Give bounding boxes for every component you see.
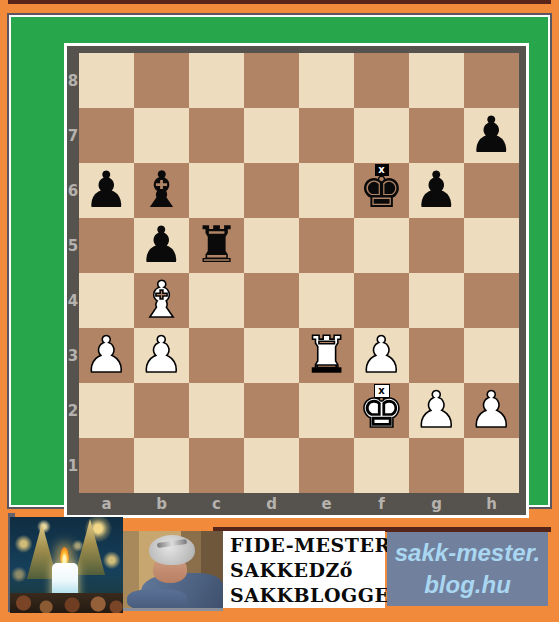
- square-a7: [79, 108, 134, 163]
- square-b8: [134, 53, 189, 108]
- black-pawn-h7: ♟: [469, 108, 514, 163]
- blog-url-line-1: sakk-mester.: [395, 537, 540, 569]
- file-label-b: b: [134, 493, 189, 515]
- square-d8: [244, 53, 299, 108]
- square-f8: [354, 53, 409, 108]
- black-bishop-b6: ♝: [139, 163, 184, 218]
- credentials-box: FIDE-MESTER SAKKEDZő SAKKBLOGGER: [223, 531, 385, 608]
- rank-label-3: 3: [67, 328, 79, 383]
- square-d7: [244, 108, 299, 163]
- square-e5: [299, 218, 354, 273]
- christmas-candle-photo: [10, 517, 123, 613]
- white-rook-e3: ♜: [304, 328, 349, 383]
- credential-line-1: FIDE-MESTER: [230, 533, 385, 558]
- square-a6: ♟: [79, 163, 134, 218]
- square-b7: [134, 108, 189, 163]
- square-f4: [354, 273, 409, 328]
- white-pawn-h2: ♟: [469, 383, 514, 438]
- credential-line-3: SAKKBLOGGER: [230, 583, 385, 608]
- square-h7: ♟: [464, 108, 519, 163]
- square-h8: [464, 53, 519, 108]
- square-g5: [409, 218, 464, 273]
- square-a8: [79, 53, 134, 108]
- chessboard: 87654321abcdefgh♟♟♝♚x♟♟♜♝♟♟♜♟♚x♟♟: [64, 43, 529, 518]
- square-f1: [354, 438, 409, 493]
- square-h4: [464, 273, 519, 328]
- square-a4: [79, 273, 134, 328]
- white-king-marker-icon: x: [374, 384, 390, 398]
- square-e2: [299, 383, 354, 438]
- rank-label-6: 6: [67, 163, 79, 218]
- top-maroon-stripe: [8, 0, 551, 4]
- square-a5: [79, 218, 134, 273]
- square-b1: [134, 438, 189, 493]
- square-d6: [244, 163, 299, 218]
- chessboard-mat: 87654321abcdefgh♟♟♝♚x♟♟♜♝♟♟♜♟♚x♟♟: [11, 17, 548, 505]
- chessboard-card: 87654321abcdefgh♟♟♝♚x♟♟♜♝♟♟♜♟♚x♟♟: [7, 13, 552, 509]
- square-c8: [189, 53, 244, 108]
- square-b5: ♟: [134, 218, 189, 273]
- square-d1: [244, 438, 299, 493]
- pine-cones-decor: [10, 593, 123, 613]
- square-d2: [244, 383, 299, 438]
- rank-label-2: 2: [67, 383, 79, 438]
- square-g2: ♟: [409, 383, 464, 438]
- file-label-d: d: [244, 493, 299, 515]
- chess-coach-photo: [123, 531, 223, 611]
- board-frame: 87654321abcdefgh♟♟♝♚x♟♟♜♝♟♟♜♟♚x♟♟: [67, 46, 526, 515]
- square-d3: [244, 328, 299, 383]
- rank-label-1: 1: [67, 438, 79, 493]
- black-pawn-b5: ♟: [139, 218, 184, 273]
- black-pawn-g6: ♟: [414, 163, 459, 218]
- square-a2: [79, 383, 134, 438]
- square-e1: [299, 438, 354, 493]
- square-c2: [189, 383, 244, 438]
- square-c6: [189, 163, 244, 218]
- white-pawn-b3: ♟: [139, 328, 184, 383]
- black-rook-c5: ♜: [194, 218, 239, 273]
- square-g3: [409, 328, 464, 383]
- square-g4: [409, 273, 464, 328]
- square-c5: ♜: [189, 218, 244, 273]
- square-b4: ♝: [134, 273, 189, 328]
- rank-label-5: 5: [67, 218, 79, 273]
- file-label-e: e: [299, 493, 354, 515]
- white-pawn-f3: ♟: [359, 328, 404, 383]
- candle-flame-icon: [60, 547, 69, 564]
- square-e8: [299, 53, 354, 108]
- square-g6: ♟: [409, 163, 464, 218]
- blog-link[interactable]: sakk-mester. blog.hu: [387, 532, 548, 606]
- coach-hair: [149, 535, 195, 565]
- square-e4: [299, 273, 354, 328]
- black-king-marker-icon: x: [375, 164, 389, 176]
- square-b3: ♟: [134, 328, 189, 383]
- square-f6: ♚x: [354, 163, 409, 218]
- black-pawn-a6: ♟: [84, 163, 129, 218]
- file-label-g: g: [409, 493, 464, 515]
- square-f3: ♟: [354, 328, 409, 383]
- square-b6: ♝: [134, 163, 189, 218]
- white-pawn-a3: ♟: [84, 328, 129, 383]
- page: 87654321abcdefgh♟♟♝♚x♟♟♜♝♟♟♜♟♚x♟♟ FIDE-M…: [0, 0, 559, 622]
- square-h1: [464, 438, 519, 493]
- square-c7: [189, 108, 244, 163]
- file-label-c: c: [189, 493, 244, 515]
- square-c4: [189, 273, 244, 328]
- file-label-f: f: [354, 493, 409, 515]
- blog-url-line-2: blog.hu: [424, 569, 511, 601]
- square-e7: [299, 108, 354, 163]
- square-g1: [409, 438, 464, 493]
- white-pawn-g2: ♟: [414, 383, 459, 438]
- rank-label-8: 8: [67, 53, 79, 108]
- square-h6: [464, 163, 519, 218]
- square-g7: [409, 108, 464, 163]
- square-d5: [244, 218, 299, 273]
- square-h5: [464, 218, 519, 273]
- credential-line-2: SAKKEDZő: [230, 558, 385, 583]
- file-label-a: a: [79, 493, 134, 515]
- square-e3: ♜: [299, 328, 354, 383]
- square-b2: [134, 383, 189, 438]
- rank-label-7: 7: [67, 108, 79, 163]
- square-a3: ♟: [79, 328, 134, 383]
- square-f7: [354, 108, 409, 163]
- square-d4: [244, 273, 299, 328]
- square-c1: [189, 438, 244, 493]
- square-h3: [464, 328, 519, 383]
- square-h2: ♟: [464, 383, 519, 438]
- coach-arm: [127, 589, 187, 611]
- square-e6: [299, 163, 354, 218]
- rank-label-4: 4: [67, 273, 79, 328]
- file-label-h: h: [464, 493, 519, 515]
- square-c3: [189, 328, 244, 383]
- white-bishop-b4: ♝: [139, 273, 184, 328]
- square-f5: [354, 218, 409, 273]
- square-g8: [409, 53, 464, 108]
- square-f2: ♚x: [354, 383, 409, 438]
- square-a1: [79, 438, 134, 493]
